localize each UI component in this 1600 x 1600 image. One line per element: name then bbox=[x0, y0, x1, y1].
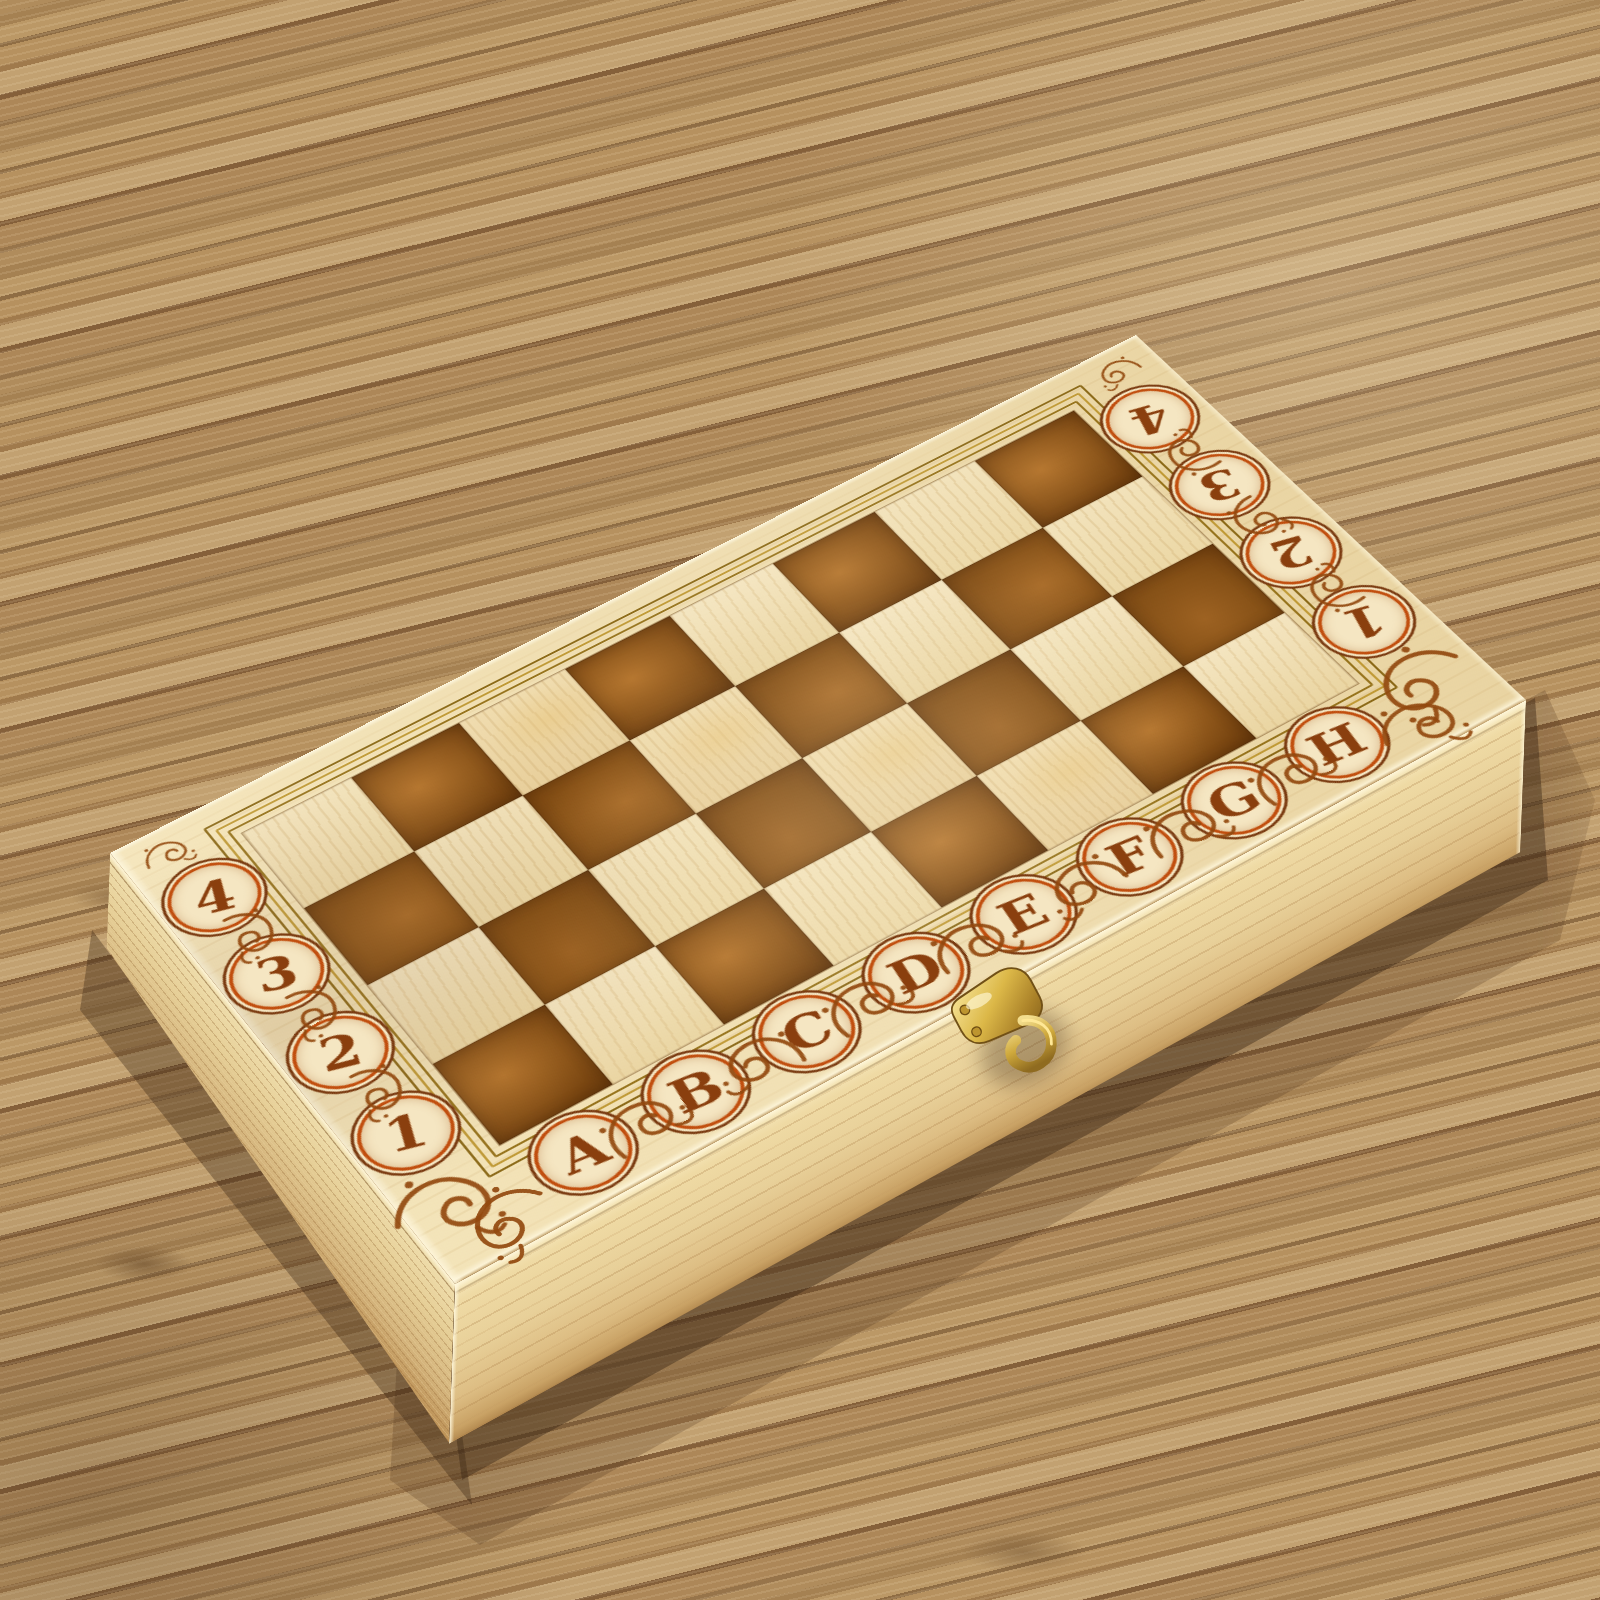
file-label-e-glyph: E bbox=[990, 887, 1057, 942]
file-label-g-glyph: G bbox=[1198, 773, 1270, 828]
rank-label-left-3-glyph: 3 bbox=[251, 948, 303, 1000]
rank-label-right-1-glyph: 1 bbox=[1335, 598, 1393, 646]
rank-label-left-1-glyph: 1 bbox=[379, 1106, 433, 1161]
flourish-ornament bbox=[1360, 640, 1477, 732]
photo-scene: ABCDEFGH43214321 bbox=[0, 0, 1600, 1600]
rank-label-right-3-glyph: 3 bbox=[1192, 462, 1248, 508]
file-label-h-glyph: H bbox=[1299, 716, 1375, 772]
file-label-c-glyph: C bbox=[772, 1003, 841, 1061]
file-label-b-glyph: B bbox=[660, 1062, 732, 1122]
rank-label-right-4-glyph: 4 bbox=[1123, 396, 1178, 441]
file-label-a-glyph: A bbox=[549, 1123, 617, 1182]
file-label-f-glyph: F bbox=[1098, 830, 1162, 883]
rank-label-left-2-glyph: 2 bbox=[314, 1026, 367, 1080]
rank-label-right-2-glyph: 2 bbox=[1263, 529, 1320, 576]
file-label-d-glyph: D bbox=[880, 943, 953, 1001]
rank-label-left-4-glyph: 4 bbox=[189, 872, 240, 923]
